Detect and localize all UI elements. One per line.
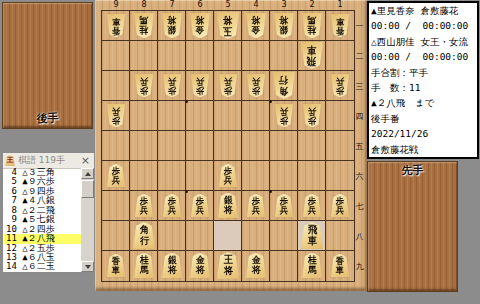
board-square-7-4[interactable]: [158, 101, 186, 131]
board-square-3-6[interactable]: [270, 161, 298, 191]
rank-label-5: 五: [353, 131, 366, 161]
board-square-1-2[interactable]: [326, 41, 354, 71]
board-square-1-6[interactable]: [326, 161, 354, 191]
scroll-up-icon[interactable]: [81, 168, 94, 179]
board-square-9-3[interactable]: [102, 71, 130, 101]
sente-stand-label: 先手: [368, 163, 457, 178]
file-label-5: 5: [214, 0, 242, 10]
scroll-down-icon[interactable]: [81, 261, 94, 272]
board-square-2-5[interactable]: [298, 131, 326, 161]
board-square-4-6[interactable]: [242, 161, 270, 191]
info-line-7: ▲２八飛 まで: [369, 95, 477, 110]
kifu-scrollbar[interactable]: [81, 168, 94, 272]
board-square-6-8[interactable]: [186, 221, 214, 251]
board-square-7-6[interactable]: [158, 161, 186, 191]
hoshi-dot: [269, 190, 272, 193]
info-line-6: 手 数：11: [369, 80, 477, 95]
info-line-9: 2022/11/26: [369, 126, 477, 141]
board-square-4-5[interactable]: [242, 131, 270, 161]
board-square-8-6[interactable]: [130, 161, 158, 191]
board-square-7-8[interactable]: [158, 221, 186, 251]
kifu-window-titlebar[interactable]: 王 棋譜 119手 ×: [3, 153, 94, 169]
board-square-8-4[interactable]: [130, 101, 158, 131]
board-square-9-5[interactable]: [102, 131, 130, 161]
board-square-6-6[interactable]: [186, 161, 214, 191]
board-square-1-4[interactable]: [326, 101, 354, 131]
rank-label-1: 一: [353, 11, 366, 41]
board-square-4-4[interactable]: [242, 101, 270, 131]
rank-label-7: 七: [353, 191, 366, 221]
board-square-9-7[interactable]: [102, 191, 130, 221]
board-square-9-2[interactable]: [102, 41, 130, 71]
rank-label-6: 六: [353, 161, 366, 191]
rank-label-2: 二: [353, 41, 366, 71]
board-square-6-2[interactable]: [186, 41, 214, 71]
rank-label-8: 八: [353, 221, 366, 251]
file-label-8: 8: [130, 0, 158, 10]
info-line-5: 手合割：平手: [369, 65, 477, 80]
board-square-4-2[interactable]: [242, 41, 270, 71]
file-label-4: 4: [242, 0, 270, 10]
kifu-window: 王 棋譜 119手 × 4 △３三角 5 ▲９六歩 6 △９四歩 7 ▲４八銀 …: [2, 152, 95, 273]
sente-piece-stand[interactable]: 先手: [367, 161, 458, 292]
info-line-4: 00:00 / 00:00:00: [369, 49, 477, 64]
scrollbar-thumb[interactable]: [81, 180, 94, 198]
gote-stand-label: 後手: [3, 111, 92, 126]
gote-piece-stand[interactable]: 後手: [2, 2, 93, 129]
board-square-5-2[interactable]: [214, 41, 242, 71]
shogi-piece-icon: 王: [5, 155, 15, 166]
board-square-2-6[interactable]: [298, 161, 326, 191]
board-square-3-9[interactable]: [270, 251, 298, 281]
file-label-6: 6: [186, 0, 214, 10]
hoshi-dot: [185, 190, 188, 193]
info-line-8: 後手番: [369, 111, 477, 126]
hoshi-dot: [269, 100, 272, 103]
board-square-1-8[interactable]: [326, 221, 354, 251]
kifu-window-title: 棋譜 119手: [18, 154, 79, 167]
board-square-5-8[interactable]: [214, 221, 242, 251]
kifu-move-row-14[interactable]: 14 △６二玉: [4, 262, 81, 271]
board-square-1-5[interactable]: [326, 131, 354, 161]
file-label-3: 3: [270, 0, 298, 10]
shogi-board: 987654321 一二三四五六七八九 香車桂馬銀将金将玉将金将銀将桂馬香車飛車…: [95, 0, 367, 291]
hoshi-dot: [185, 100, 188, 103]
game-info-panel: ▲里見香奈 倉敷藤花00:00 / 00:00:00△西山朋佳 女王・女流00:…: [367, 1, 479, 159]
board-square-5-4[interactable]: [214, 101, 242, 131]
board-square-3-2[interactable]: [270, 41, 298, 71]
rank-label-3: 三: [353, 71, 366, 101]
rank-label-4: 四: [353, 101, 366, 131]
file-label-2: 2: [298, 0, 326, 10]
file-label-9: 9: [102, 0, 130, 10]
board-square-8-2[interactable]: [130, 41, 158, 71]
info-line-1: ▲里見香奈 倉敷藤花: [369, 3, 477, 18]
board-square-4-8[interactable]: [242, 221, 270, 251]
info-line-3: △西山朋佳 女王・女流: [369, 34, 477, 49]
close-icon[interactable]: ×: [79, 155, 94, 166]
file-coordinate-labels: 987654321: [102, 0, 354, 10]
rank-label-9: 九: [353, 251, 366, 281]
board-square-3-5[interactable]: [270, 131, 298, 161]
board-square-7-5[interactable]: [158, 131, 186, 161]
board-square-3-8[interactable]: [270, 221, 298, 251]
file-label-1: 1: [326, 0, 354, 10]
kifu-move-list: 4 △３三角 5 ▲９六歩 6 △９四歩 7 ▲４八銀 8 △２二飛 9 ▲５七…: [4, 168, 81, 271]
board-square-6-4[interactable]: [186, 101, 214, 131]
board-square-7-2[interactable]: [158, 41, 186, 71]
shogi-app-window: 後手 987654321 一二三四五六七八九 香車桂馬銀将金将玉将金将銀将桂馬香…: [0, 0, 480, 304]
board-square-8-5[interactable]: [130, 131, 158, 161]
board-square-2-3[interactable]: [298, 71, 326, 101]
board-square-6-5[interactable]: [186, 131, 214, 161]
rank-coordinate-labels: 一二三四五六七八九: [353, 11, 366, 281]
file-label-7: 7: [158, 0, 186, 10]
info-line-2: 00:00 / 00:00:00: [369, 18, 477, 33]
info-line-10: 倉敷藤花戦: [369, 142, 477, 157]
board-square-9-8[interactable]: [102, 221, 130, 251]
board-square-5-5[interactable]: [214, 131, 242, 161]
